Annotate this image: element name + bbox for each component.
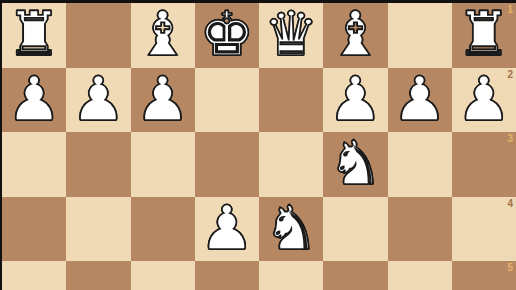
square-f1[interactable]: ♝ (131, 3, 195, 68)
square-g3[interactable] (66, 132, 130, 197)
square-b2[interactable]: ♟ (388, 68, 452, 133)
square-g4[interactable] (66, 197, 130, 262)
square-d4[interactable]: ♞ (259, 197, 323, 262)
square-a4[interactable]: 4 (452, 197, 516, 262)
white-king[interactable]: ♚ (195, 3, 259, 68)
white-pawn[interactable]: ♟ (2, 68, 66, 133)
square-e3[interactable] (195, 132, 259, 197)
white-pawn[interactable]: ♟ (323, 68, 387, 133)
square-e5[interactable] (195, 261, 259, 290)
white-knight[interactable]: ♞ (323, 132, 387, 197)
square-f2[interactable]: ♟ (131, 68, 195, 133)
square-f4[interactable] (131, 197, 195, 262)
white-bishop[interactable]: ♝ (131, 3, 195, 68)
square-c2[interactable]: ♟ (323, 68, 387, 133)
square-h5[interactable] (2, 261, 66, 290)
square-f3[interactable] (131, 132, 195, 197)
square-g5[interactable] (66, 261, 130, 290)
square-e4[interactable]: ♟ (195, 197, 259, 262)
square-a2[interactable]: ♟2 (452, 68, 516, 133)
rank-label-2: 2 (507, 69, 513, 80)
square-d5[interactable] (259, 261, 323, 290)
square-a3[interactable]: 3 (452, 132, 516, 197)
white-pawn[interactable]: ♟ (452, 68, 516, 133)
white-pawn[interactable]: ♟ (388, 68, 452, 133)
square-g2[interactable]: ♟ (66, 68, 130, 133)
square-e2[interactable] (195, 68, 259, 133)
square-h2[interactable]: ♟ (2, 68, 66, 133)
square-a1[interactable]: ♜1 (452, 3, 516, 68)
square-d3[interactable] (259, 132, 323, 197)
square-d2[interactable] (259, 68, 323, 133)
square-h4[interactable] (2, 197, 66, 262)
square-d1[interactable]: ♛ (259, 3, 323, 68)
white-pawn[interactable]: ♟ (195, 197, 259, 262)
square-e1[interactable]: ♚ (195, 3, 259, 68)
window-frame: ♜♝♚♛♝♜1♟♟♟♟♟♟2♞3♟♞45 (0, 0, 516, 290)
square-f5[interactable] (131, 261, 195, 290)
rank-label-1: 1 (507, 4, 513, 15)
square-b3[interactable] (388, 132, 452, 197)
square-a5[interactable]: 5 (452, 261, 516, 290)
white-knight[interactable]: ♞ (259, 197, 323, 262)
white-pawn[interactable]: ♟ (66, 68, 130, 133)
square-h3[interactable] (2, 132, 66, 197)
square-b5[interactable] (388, 261, 452, 290)
square-c4[interactable] (323, 197, 387, 262)
rank-label-5: 5 (507, 262, 513, 273)
square-h1[interactable]: ♜ (2, 3, 66, 68)
square-c5[interactable] (323, 261, 387, 290)
square-g1[interactable] (66, 3, 130, 68)
chess-board[interactable]: ♜♝♚♛♝♜1♟♟♟♟♟♟2♞3♟♞45 (2, 3, 516, 290)
square-c1[interactable]: ♝ (323, 3, 387, 68)
white-queen[interactable]: ♛ (259, 3, 323, 68)
white-bishop[interactable]: ♝ (323, 3, 387, 68)
rank-label-4: 4 (507, 198, 513, 209)
white-pawn[interactable]: ♟ (131, 68, 195, 133)
rank-label-3: 3 (507, 133, 513, 144)
square-c3[interactable]: ♞ (323, 132, 387, 197)
square-b1[interactable] (388, 3, 452, 68)
white-rook[interactable]: ♜ (2, 3, 66, 68)
square-b4[interactable] (388, 197, 452, 262)
white-rook[interactable]: ♜ (452, 3, 516, 68)
